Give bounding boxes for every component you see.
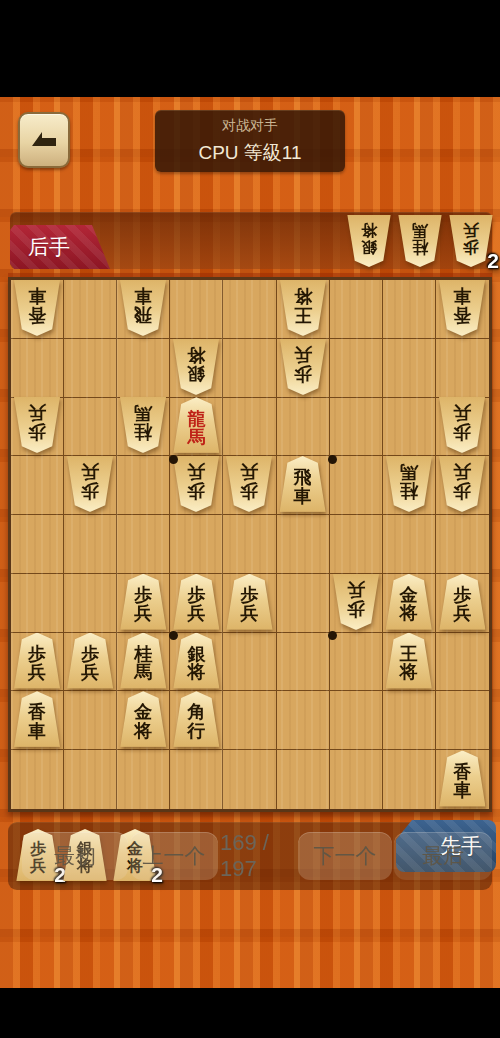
piece-kanji: 歩 <box>240 586 258 604</box>
shogi-piece-龍馬-sente[interactable]: 龍馬 <box>172 397 221 453</box>
piece-kanji: 将 <box>187 346 205 364</box>
board-cell-r4c1[interactable] <box>11 456 64 515</box>
piece-face: 銀将 <box>172 339 221 395</box>
piece-kanji: 将 <box>361 222 377 238</box>
board-cell-r4c8[interactable]: 桂馬 <box>383 456 436 515</box>
board-cell-r5c3[interactable] <box>117 515 170 574</box>
piece-face: 桂馬 <box>384 456 433 512</box>
piece-face: 歩兵 <box>13 397 62 453</box>
piece-kanji: 歩 <box>187 586 205 604</box>
piece-kanji: 兵 <box>463 222 479 238</box>
piece-kanji: 歩 <box>134 586 152 604</box>
piece-face: 香車 <box>438 280 487 336</box>
board-cell-r3c5[interactable] <box>223 398 276 457</box>
piece-kanji: 馬 <box>134 663 152 681</box>
piece-face: 歩兵 <box>66 456 115 512</box>
board-cell-r5c4[interactable] <box>170 515 223 574</box>
board-cell-r8c6[interactable] <box>277 691 330 750</box>
piece-face: 歩兵 <box>438 456 487 512</box>
shogi-piece-歩兵-sente[interactable]: 歩兵 <box>119 574 168 630</box>
back-button[interactable] <box>18 112 70 168</box>
piece-face: 龍馬 <box>172 397 221 453</box>
piece-face: 金将 <box>119 691 168 747</box>
board-cell-r6c8[interactable]: 金将 <box>383 574 436 633</box>
shogi-piece-桂馬-gote[interactable]: 桂馬 <box>384 456 433 512</box>
shogi-piece-桂馬-gote[interactable]: 桂馬 <box>119 397 168 453</box>
shogi-piece-桂馬-gote[interactable]: 桂馬 <box>397 215 443 267</box>
board-cell-r9c3[interactable] <box>117 750 170 809</box>
board-cell-r8c5[interactable] <box>223 691 276 750</box>
piece-kanji: 車 <box>134 287 152 305</box>
board-cell-r3c6[interactable] <box>277 398 330 457</box>
hand-count-badge: 2 <box>487 249 499 273</box>
board-cell-r2c1[interactable] <box>11 339 64 398</box>
board-cell-r1c4[interactable] <box>170 280 223 339</box>
shogi-piece-歩兵-gote[interactable]: 歩兵2 <box>448 215 494 267</box>
board-cell-r9c7[interactable] <box>330 750 383 809</box>
board-cell-r8c7[interactable] <box>330 691 383 750</box>
piece-kanji: 桂 <box>400 482 418 500</box>
board-cell-r8c9[interactable] <box>436 691 489 750</box>
piece-kanji: 歩 <box>81 645 99 663</box>
board-cell-r4c5[interactable]: 歩兵 <box>223 456 276 515</box>
piece-face: 王将 <box>384 632 433 688</box>
board-cell-r7c1[interactable]: 歩兵 <box>11 633 64 692</box>
piece-kanji: 歩 <box>28 645 46 663</box>
board-cell-r9c8[interactable] <box>383 750 436 809</box>
gote-label: 后手 <box>28 233 70 261</box>
piece-kanji: 将 <box>400 604 418 622</box>
piece-kanji: 兵 <box>453 404 471 422</box>
piece-face: 香車 <box>13 691 62 747</box>
piece-kanji: 銀 <box>187 645 205 663</box>
piece-face: 銀将 <box>172 632 221 688</box>
opponent-name: CPU 等級11 <box>198 140 301 166</box>
board-cell-r1c9[interactable]: 香車 <box>436 280 489 339</box>
piece-face: 歩兵 <box>278 339 327 395</box>
piece-kanji: 兵 <box>453 604 471 622</box>
board-cell-r2c8[interactable] <box>383 339 436 398</box>
board-cell-r9c5[interactable] <box>223 750 276 809</box>
piece-kanji: 銀 <box>361 239 377 255</box>
piece-kanji: 歩 <box>453 482 471 500</box>
shogi-piece-歩兵-gote[interactable]: 歩兵 <box>278 339 327 395</box>
board-cell-r5c7[interactable] <box>330 515 383 574</box>
piece-kanji: 歩 <box>347 599 365 617</box>
piece-face: 歩兵 <box>66 632 115 688</box>
shogi-piece-歩兵-sente[interactable]: 歩兵 <box>172 574 221 630</box>
shogi-piece-桂馬-sente[interactable]: 桂馬 <box>119 632 168 688</box>
board-cell-r8c1[interactable]: 香車 <box>11 691 64 750</box>
piece-face: 銀将 <box>346 215 392 267</box>
shogi-piece-歩兵-sente[interactable]: 歩兵 <box>438 574 487 630</box>
piece-kanji: 香 <box>453 305 471 323</box>
piece-kanji: 歩 <box>463 239 479 255</box>
board-cell-r7c5[interactable] <box>223 633 276 692</box>
shogi-piece-歩兵-gote[interactable]: 歩兵 <box>13 397 62 453</box>
shogi-piece-歩兵-sente[interactable]: 歩兵 <box>13 632 62 688</box>
board-cell-r3c2[interactable] <box>64 398 117 457</box>
board-cell-r4c9[interactable]: 歩兵 <box>436 456 489 515</box>
piece-kanji: 王 <box>294 305 312 323</box>
piece-kanji: 兵 <box>453 463 471 481</box>
gote-hand-bar: 后手 銀将桂馬歩兵2 <box>10 212 492 269</box>
board-cell-r9c2[interactable] <box>64 750 117 809</box>
board-cell-r2c4[interactable]: 銀将 <box>170 339 223 398</box>
piece-kanji: 金 <box>400 586 418 604</box>
nav-last-button[interactable]: 最后 <box>394 832 492 880</box>
opponent-panel: 对战对手 CPU 等級11 <box>155 110 345 172</box>
shogi-piece-歩兵-gote[interactable]: 歩兵 <box>172 456 221 512</box>
board-cell-r9c6[interactable] <box>277 750 330 809</box>
piece-kanji: 兵 <box>81 663 99 681</box>
piece-kanji: 馬 <box>134 404 152 422</box>
board-cell-r1c3[interactable]: 飛車 <box>117 280 170 339</box>
piece-kanji: 歩 <box>294 364 312 382</box>
piece-kanji: 馬 <box>187 428 205 446</box>
piece-kanji: 車 <box>453 287 471 305</box>
piece-kanji: 王 <box>400 645 418 663</box>
piece-kanji: 兵 <box>28 404 46 422</box>
piece-kanji: 将 <box>294 287 312 305</box>
board-cell-r4c4[interactable]: 歩兵 <box>170 456 223 515</box>
piece-kanji: 兵 <box>134 604 152 622</box>
piece-kanji: 香 <box>28 703 46 721</box>
piece-face: 歩兵 <box>225 456 274 512</box>
piece-face: 歩兵 <box>172 574 221 630</box>
piece-face: 飛車 <box>119 280 168 336</box>
board-cell-r7c7[interactable] <box>330 633 383 692</box>
piece-kanji: 歩 <box>28 423 46 441</box>
move-counter: 169 / 197 <box>220 832 298 880</box>
board-cell-r5c2[interactable] <box>64 515 117 574</box>
board-cell-r8c4[interactable]: 角行 <box>170 691 223 750</box>
shogi-piece-飛車-sente[interactable]: 飛車 <box>278 456 327 512</box>
piece-kanji: 兵 <box>28 663 46 681</box>
piece-face: 桂馬 <box>119 632 168 688</box>
board-cell-r8c8[interactable] <box>383 691 436 750</box>
piece-kanji: 将 <box>134 722 152 740</box>
board-cell-r2c6[interactable]: 歩兵 <box>277 339 330 398</box>
shogi-piece-金将-sente[interactable]: 金将 <box>119 691 168 747</box>
piece-kanji: 兵 <box>187 463 205 481</box>
board-cell-r4c3[interactable] <box>117 456 170 515</box>
shogi-piece-歩兵-gote[interactable]: 歩兵 <box>438 397 487 453</box>
shogi-piece-香車-gote[interactable]: 香車 <box>438 280 487 336</box>
board-cell-r7c3[interactable]: 桂馬 <box>117 633 170 692</box>
board-cell-r5c6[interactable] <box>277 515 330 574</box>
piece-kanji: 兵 <box>347 581 365 599</box>
piece-face: 王将 <box>278 280 327 336</box>
hoshi-star-point <box>169 455 178 464</box>
piece-kanji: 歩 <box>240 482 258 500</box>
piece-kanji: 歩 <box>187 482 205 500</box>
shogi-piece-香車-sente[interactable]: 香車 <box>13 691 62 747</box>
shogi-piece-銀将-gote[interactable]: 銀将 <box>172 339 221 395</box>
board-cell-r6c1[interactable] <box>11 574 64 633</box>
piece-face: 歩兵 <box>172 456 221 512</box>
piece-kanji: 車 <box>294 487 312 505</box>
piece-face: 歩兵 <box>13 632 62 688</box>
shogi-piece-歩兵-sente[interactable]: 歩兵 <box>66 632 115 688</box>
status-bar-top <box>0 0 500 97</box>
piece-kanji: 桂 <box>412 239 428 255</box>
board-cell-r5c9[interactable] <box>436 515 489 574</box>
nav-next-button[interactable]: 下一个 <box>298 832 392 880</box>
shogi-piece-歩兵-gote[interactable]: 歩兵 <box>225 456 274 512</box>
piece-kanji: 馬 <box>412 222 428 238</box>
nav-first-button[interactable]: 最初 <box>22 832 128 880</box>
piece-face: 角行 <box>172 691 221 747</box>
board-cell-r2c9[interactable] <box>436 339 489 398</box>
shogi-piece-王将-sente[interactable]: 王将 <box>384 632 433 688</box>
piece-kanji: 歩 <box>81 482 99 500</box>
piece-kanji: 兵 <box>81 463 99 481</box>
shogi-piece-角行-sente[interactable]: 角行 <box>172 691 221 747</box>
board-cell-r2c7[interactable] <box>330 339 383 398</box>
piece-kanji: 歩 <box>453 423 471 441</box>
shogi-piece-飛車-gote[interactable]: 飛車 <box>119 280 168 336</box>
nav-bar-bottom <box>0 988 500 1038</box>
board-cell-r6c5[interactable]: 歩兵 <box>223 574 276 633</box>
board-cell-r7c2[interactable]: 歩兵 <box>64 633 117 692</box>
piece-kanji: 馬 <box>400 463 418 481</box>
piece-kanji: 桂 <box>134 423 152 441</box>
board-cell-r4c7[interactable] <box>330 456 383 515</box>
piece-face: 歩兵 <box>119 574 168 630</box>
board-cell-r6c9[interactable]: 歩兵 <box>436 574 489 633</box>
board-cell-r5c1[interactable] <box>11 515 64 574</box>
piece-kanji: 歩 <box>453 586 471 604</box>
piece-kanji: 行 <box>187 722 205 740</box>
hoshi-star-point <box>169 631 178 640</box>
piece-kanji: 香 <box>453 763 471 781</box>
board-cell-r9c1[interactable] <box>11 750 64 809</box>
piece-kanji: 桂 <box>134 645 152 663</box>
board-cell-r7c8[interactable]: 王将 <box>383 633 436 692</box>
board-cell-r1c1[interactable]: 香車 <box>11 280 64 339</box>
shogi-piece-香車-sente[interactable]: 香車 <box>438 750 487 806</box>
piece-kanji: 兵 <box>187 604 205 622</box>
shogi-piece-歩兵-sente[interactable]: 歩兵 <box>225 574 274 630</box>
piece-kanji: 車 <box>453 781 471 799</box>
hoshi-star-point <box>328 455 337 464</box>
gote-ribbon: 后手 <box>10 225 110 269</box>
board-cell-r1c6[interactable]: 王将 <box>277 280 330 339</box>
piece-face: 歩兵 <box>438 574 487 630</box>
board-cell-r1c7[interactable] <box>330 280 383 339</box>
board-cell-r4c6[interactable]: 飛車 <box>277 456 330 515</box>
piece-face: 金将 <box>384 574 433 630</box>
board-cell-r6c2[interactable] <box>64 574 117 633</box>
shogi-piece-金将-sente[interactable]: 金将 <box>384 574 433 630</box>
board-cell-r9c4[interactable] <box>170 750 223 809</box>
piece-kanji: 飛 <box>134 305 152 323</box>
board-cell-r4c2[interactable]: 歩兵 <box>64 456 117 515</box>
board-cell-r7c6[interactable] <box>277 633 330 692</box>
board-cell-r3c3[interactable]: 桂馬 <box>117 398 170 457</box>
shogi-board: 香車飛車王将香車銀将歩兵歩兵桂馬龍馬歩兵歩兵歩兵歩兵飛車桂馬歩兵歩兵歩兵歩兵歩兵… <box>8 277 492 812</box>
piece-kanji: 銀 <box>187 364 205 382</box>
board-cell-r3c4[interactable]: 龍馬 <box>170 398 223 457</box>
piece-kanji: 兵 <box>294 346 312 364</box>
piece-kanji: 将 <box>400 663 418 681</box>
sente-hand-tray: 歩兵2銀将金将2 先手 最初 上一个 169 / 197 下一个 最后 <box>8 822 492 890</box>
board-cell-r8c2[interactable] <box>64 691 117 750</box>
board-cell-r5c8[interactable] <box>383 515 436 574</box>
piece-kanji: 車 <box>28 722 46 740</box>
piece-kanji: 兵 <box>240 604 258 622</box>
board-cell-r3c8[interactable] <box>383 398 436 457</box>
board-cell-r1c8[interactable] <box>383 280 436 339</box>
board-cell-r2c2[interactable] <box>64 339 117 398</box>
piece-face: 歩兵 <box>438 397 487 453</box>
piece-kanji: 兵 <box>240 463 258 481</box>
shogi-piece-歩兵-gote[interactable]: 歩兵 <box>438 456 487 512</box>
board-cell-r3c7[interactable] <box>330 398 383 457</box>
board-cell-r7c9[interactable] <box>436 633 489 692</box>
board-cell-r3c1[interactable]: 歩兵 <box>11 398 64 457</box>
piece-face: 香車 <box>13 280 62 336</box>
board-cell-r5c5[interactable] <box>223 515 276 574</box>
board-cell-r3c9[interactable]: 歩兵 <box>436 398 489 457</box>
piece-kanji: 将 <box>187 663 205 681</box>
shogi-piece-歩兵-gote[interactable]: 歩兵 <box>331 574 380 630</box>
board-cell-r6c3[interactable]: 歩兵 <box>117 574 170 633</box>
board-cell-r1c2[interactable] <box>64 280 117 339</box>
shogi-piece-王将-gote[interactable]: 王将 <box>278 280 327 336</box>
piece-kanji: 飛 <box>294 468 312 486</box>
board-cell-r7c4[interactable]: 銀将 <box>170 633 223 692</box>
piece-kanji: 車 <box>28 287 46 305</box>
shogi-app-screen: 对战对手 CPU 等級11 后手 銀将桂馬歩兵2 香車飛車王将香車銀将歩兵歩兵桂… <box>0 0 500 1038</box>
board-cell-r1c5[interactable] <box>223 280 276 339</box>
board-cell-r2c3[interactable] <box>117 339 170 398</box>
return-arrow-icon <box>29 125 59 155</box>
nav-prev-button[interactable]: 上一个 <box>130 832 218 880</box>
piece-kanji: 金 <box>134 703 152 721</box>
shogi-piece-香車-gote[interactable]: 香車 <box>13 280 62 336</box>
piece-kanji: 角 <box>187 703 205 721</box>
piece-face: 桂馬 <box>397 215 443 267</box>
piece-kanji: 香 <box>28 305 46 323</box>
board-cell-r8c3[interactable]: 金将 <box>117 691 170 750</box>
board-cell-r9c9[interactable]: 香車 <box>436 750 489 809</box>
shogi-piece-銀将-gote[interactable]: 銀将 <box>346 215 392 267</box>
piece-face: 歩兵 <box>225 574 274 630</box>
piece-kanji: 龍 <box>187 409 205 427</box>
piece-face: 飛車 <box>278 456 327 512</box>
piece-face: 香車 <box>438 750 487 806</box>
piece-face: 歩兵 <box>331 574 380 630</box>
board-cell-r6c7[interactable]: 歩兵 <box>330 574 383 633</box>
shogi-piece-歩兵-gote[interactable]: 歩兵 <box>66 456 115 512</box>
piece-face: 桂馬 <box>119 397 168 453</box>
shogi-piece-銀将-sente[interactable]: 銀将 <box>172 632 221 688</box>
board-cell-r6c6[interactable] <box>277 574 330 633</box>
board-cell-r6c4[interactable]: 歩兵 <box>170 574 223 633</box>
board-cell-r2c5[interactable] <box>223 339 276 398</box>
vs-label: 对战对手 <box>222 117 278 135</box>
